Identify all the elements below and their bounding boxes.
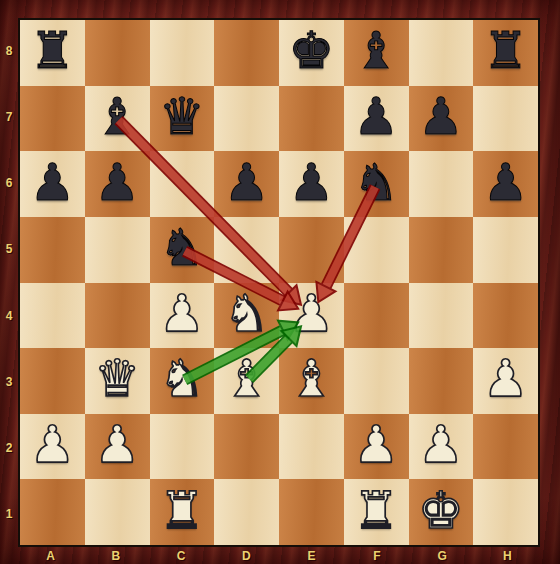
- square-h6[interactable]: ♟: [473, 151, 538, 217]
- square-b6[interactable]: ♟: [85, 151, 150, 217]
- square-b1[interactable]: [85, 479, 150, 545]
- chess-board[interactable]: ♜♚♝♜♝♛♟♟♟♟♟♟♞♟♞♟♞♟♛♞♝♝♟♟♟♟♟♜♜♚: [18, 18, 540, 547]
- square-c1[interactable]: ♜: [150, 479, 215, 545]
- square-c5[interactable]: ♞: [150, 217, 215, 283]
- square-c2[interactable]: [150, 414, 215, 480]
- piece-black-knight-f6[interactable]: ♞: [353, 157, 399, 208]
- square-b2[interactable]: ♟: [85, 414, 150, 480]
- square-e5[interactable]: [279, 217, 344, 283]
- square-b7[interactable]: ♝: [85, 86, 150, 152]
- square-b5[interactable]: [85, 217, 150, 283]
- square-f6[interactable]: ♞: [344, 151, 409, 217]
- square-d7[interactable]: [214, 86, 279, 152]
- square-f3[interactable]: [344, 348, 409, 414]
- square-h1[interactable]: [473, 479, 538, 545]
- square-c7[interactable]: ♛: [150, 86, 215, 152]
- piece-white-bishop-e3[interactable]: ♝: [289, 353, 335, 404]
- square-c4[interactable]: ♟: [150, 283, 215, 349]
- square-c8[interactable]: [150, 20, 215, 86]
- rank-label-5: 5: [0, 216, 18, 282]
- square-e6[interactable]: ♟: [279, 151, 344, 217]
- piece-white-pawn-c4[interactable]: ♟: [159, 288, 205, 339]
- square-g5[interactable]: [409, 217, 474, 283]
- file-label-a: A: [18, 547, 83, 564]
- piece-black-rook-a8[interactable]: ♜: [30, 25, 76, 76]
- square-b4[interactable]: [85, 283, 150, 349]
- rank-label-3: 3: [0, 349, 18, 415]
- square-e7[interactable]: [279, 86, 344, 152]
- file-label-h: H: [475, 547, 540, 564]
- piece-black-pawn-a6[interactable]: ♟: [30, 157, 76, 208]
- file-label-e: E: [279, 547, 344, 564]
- square-g6[interactable]: [409, 151, 474, 217]
- piece-black-pawn-b6[interactable]: ♟: [94, 157, 140, 208]
- square-a8[interactable]: ♜: [20, 20, 85, 86]
- piece-white-bishop-d3[interactable]: ♝: [224, 353, 270, 404]
- file-label-b: B: [83, 547, 148, 564]
- piece-white-pawn-e4[interactable]: ♟: [289, 288, 335, 339]
- rank-labels: 87654321: [0, 18, 18, 547]
- square-g8[interactable]: [409, 20, 474, 86]
- rank-label-4: 4: [0, 283, 18, 349]
- rank-label-1: 1: [0, 481, 18, 547]
- square-a7[interactable]: [20, 86, 85, 152]
- square-d2[interactable]: [214, 414, 279, 480]
- piece-white-rook-f1[interactable]: ♜: [353, 485, 399, 536]
- square-h2[interactable]: [473, 414, 538, 480]
- piece-white-queen-b3[interactable]: ♛: [94, 353, 140, 404]
- square-g3[interactable]: [409, 348, 474, 414]
- rank-label-6: 6: [0, 150, 18, 216]
- square-g1[interactable]: ♚: [409, 479, 474, 545]
- square-d6[interactable]: ♟: [214, 151, 279, 217]
- square-b8[interactable]: [85, 20, 150, 86]
- square-g7[interactable]: ♟: [409, 86, 474, 152]
- square-c6[interactable]: [150, 151, 215, 217]
- square-a1[interactable]: [20, 479, 85, 545]
- square-a5[interactable]: [20, 217, 85, 283]
- piece-white-pawn-g2[interactable]: ♟: [418, 419, 464, 470]
- piece-white-pawn-a2[interactable]: ♟: [30, 419, 76, 470]
- square-f1[interactable]: ♜: [344, 479, 409, 545]
- rank-label-7: 7: [0, 84, 18, 150]
- piece-black-knight-c5[interactable]: ♞: [159, 222, 205, 273]
- square-f8[interactable]: ♝: [344, 20, 409, 86]
- square-h5[interactable]: [473, 217, 538, 283]
- file-labels: ABCDEFGH: [18, 547, 540, 564]
- square-a2[interactable]: ♟: [20, 414, 85, 480]
- square-h8[interactable]: ♜: [473, 20, 538, 86]
- square-f4[interactable]: [344, 283, 409, 349]
- square-f2[interactable]: ♟: [344, 414, 409, 480]
- piece-black-pawn-g7[interactable]: ♟: [418, 91, 464, 142]
- file-label-f: F: [344, 547, 409, 564]
- piece-black-pawn-d6[interactable]: ♟: [224, 157, 270, 208]
- piece-black-pawn-f7[interactable]: ♟: [353, 91, 399, 142]
- square-g2[interactable]: ♟: [409, 414, 474, 480]
- square-a6[interactable]: ♟: [20, 151, 85, 217]
- piece-black-king-e8[interactable]: ♚: [289, 25, 335, 76]
- piece-black-pawn-h6[interactable]: ♟: [483, 157, 529, 208]
- square-e4[interactable]: ♟: [279, 283, 344, 349]
- file-label-g: G: [410, 547, 475, 564]
- square-d5[interactable]: [214, 217, 279, 283]
- piece-white-pawn-b2[interactable]: ♟: [94, 419, 140, 470]
- square-b3[interactable]: ♛: [85, 348, 150, 414]
- square-g4[interactable]: [409, 283, 474, 349]
- piece-black-pawn-e6[interactable]: ♟: [289, 157, 335, 208]
- file-label-c: C: [149, 547, 214, 564]
- square-d4[interactable]: ♞: [214, 283, 279, 349]
- square-c3[interactable]: ♞: [150, 348, 215, 414]
- square-d1[interactable]: [214, 479, 279, 545]
- rank-label-8: 8: [0, 18, 18, 84]
- square-a3[interactable]: [20, 348, 85, 414]
- square-h4[interactable]: [473, 283, 538, 349]
- piece-white-rook-c1[interactable]: ♜: [159, 485, 205, 536]
- file-label-d: D: [214, 547, 279, 564]
- piece-black-rook-h8[interactable]: ♜: [483, 25, 529, 76]
- piece-black-queen-c7[interactable]: ♛: [159, 91, 205, 142]
- piece-white-pawn-h3[interactable]: ♟: [483, 353, 529, 404]
- piece-white-king-g1[interactable]: ♚: [418, 485, 464, 536]
- square-d3[interactable]: ♝: [214, 348, 279, 414]
- square-f5[interactable]: [344, 217, 409, 283]
- square-h3[interactable]: ♟: [473, 348, 538, 414]
- chess-board-frame: 87654321 ABCDEFGH ♜♚♝♜♝♛♟♟♟♟♟♟♞♟♞♟♞♟♛♞♝♝…: [0, 0, 560, 564]
- square-d8[interactable]: [214, 20, 279, 86]
- square-e8[interactable]: ♚: [279, 20, 344, 86]
- square-a4[interactable]: [20, 283, 85, 349]
- square-f7[interactable]: ♟: [344, 86, 409, 152]
- piece-white-knight-c3[interactable]: ♞: [159, 353, 205, 404]
- square-e3[interactable]: ♝: [279, 348, 344, 414]
- piece-white-knight-d4[interactable]: ♞: [224, 288, 270, 339]
- square-e2[interactable]: [279, 414, 344, 480]
- piece-black-bishop-f8[interactable]: ♝: [353, 25, 399, 76]
- piece-white-pawn-f2[interactable]: ♟: [353, 419, 399, 470]
- square-e1[interactable]: [279, 479, 344, 545]
- rank-label-2: 2: [0, 415, 18, 481]
- square-h7[interactable]: [473, 86, 538, 152]
- piece-black-bishop-b7[interactable]: ♝: [94, 91, 140, 142]
